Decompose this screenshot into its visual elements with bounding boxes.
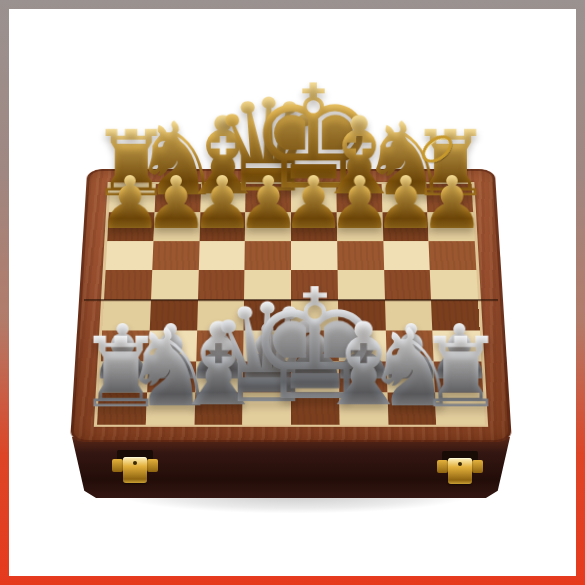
square-a6[interactable]	[106, 241, 154, 270]
product-photo-frame: ♜♞♝♛♚♝♞♜♟♟♟♟♟♟♟♟♟♟♟♟♟♟♟♟♜♞♝♛♚♝♞♜	[0, 0, 585, 585]
board-scene: ♜♞♝♛♚♝♞♜♟♟♟♟♟♟♟♟♟♟♟♟♟♟♟♟♜♞♝♛♚♝♞♜	[0, 0, 585, 585]
board-inlay-strip: ♜♞♝♛♚♝♞♜♟♟♟♟♟♟♟♟♟♟♟♟♟♟♟♟♜♞♝♛♚♝♞♜	[94, 182, 488, 427]
piece-gold-pawn-h7[interactable]: ♟	[419, 166, 484, 239]
chess-board[interactable]: ♜♞♝♛♚♝♞♜♟♟♟♟♟♟♟♟♟♟♟♟♟♟♟♟♜♞♝♛♚♝♞♜	[97, 184, 485, 425]
square-a5[interactable]	[104, 270, 152, 300]
square-b6[interactable]	[152, 241, 199, 270]
chess-box-lid: ♜♞♝♛♚♝♞♜♟♟♟♟♟♟♟♟♟♟♟♟♟♟♟♟♜♞♝♛♚♝♞♜	[70, 169, 512, 442]
piece-silver-rook-h1[interactable]: ♜	[417, 324, 504, 421]
square-g6[interactable]	[383, 241, 430, 270]
square-h5[interactable]	[430, 270, 478, 300]
square-g5[interactable]	[384, 270, 432, 300]
square-h6[interactable]	[429, 241, 477, 270]
square-c6[interactable]	[198, 241, 245, 270]
square-h7[interactable]: ♟	[428, 212, 475, 241]
square-b5[interactable]	[151, 270, 199, 300]
square-h1[interactable]: ♜	[435, 393, 485, 425]
